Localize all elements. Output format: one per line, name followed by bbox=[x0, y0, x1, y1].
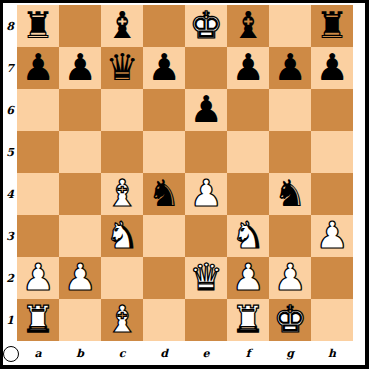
file-label-g: g bbox=[269, 341, 311, 365]
square-e3[interactable] bbox=[185, 215, 227, 257]
square-b8[interactable] bbox=[59, 5, 101, 47]
square-f5[interactable] bbox=[227, 131, 269, 173]
piece-white-knight-f3: ♞ bbox=[231, 215, 264, 257]
file-label-d: d bbox=[143, 341, 185, 365]
piece-black-bishop-c8: ♝ bbox=[105, 5, 138, 47]
square-e7[interactable] bbox=[185, 47, 227, 89]
piece-white-pawn-b2: ♟ bbox=[63, 257, 96, 299]
piece-black-pawn-g7: ♟ bbox=[273, 47, 306, 89]
file-label-h: h bbox=[311, 341, 353, 365]
square-d5[interactable] bbox=[143, 131, 185, 173]
rank-label-5: 5 bbox=[3, 131, 17, 173]
chess-diagram: 87654321 ♜♝♚♝♜♟♟♛♟♟♟♟♟♝♞♟♞♞♞♟♟♟♛♟♟♜♝♜♚ a… bbox=[0, 0, 369, 369]
square-c7[interactable]: ♛ bbox=[101, 47, 143, 89]
piece-black-pawn-a7: ♟ bbox=[21, 47, 54, 89]
square-b4[interactable] bbox=[59, 173, 101, 215]
piece-white-king-g1: ♚ bbox=[273, 299, 306, 341]
piece-black-pawn-f7: ♟ bbox=[231, 47, 264, 89]
square-c6[interactable] bbox=[101, 89, 143, 131]
file-label-e: e bbox=[185, 341, 227, 365]
square-a5[interactable] bbox=[17, 131, 59, 173]
square-d3[interactable] bbox=[143, 215, 185, 257]
square-e8[interactable]: ♚ bbox=[185, 5, 227, 47]
piece-white-queen-e2: ♛ bbox=[189, 257, 222, 299]
square-h2[interactable] bbox=[311, 257, 353, 299]
square-a1[interactable]: ♜ bbox=[17, 299, 59, 341]
square-g1[interactable]: ♚ bbox=[269, 299, 311, 341]
square-e4[interactable]: ♟ bbox=[185, 173, 227, 215]
square-c1[interactable]: ♝ bbox=[101, 299, 143, 341]
square-a4[interactable] bbox=[17, 173, 59, 215]
rank-label-2: 2 bbox=[3, 257, 17, 299]
piece-white-pawn-f2: ♟ bbox=[231, 257, 264, 299]
piece-white-pawn-e4: ♟ bbox=[189, 173, 222, 215]
file-label-a: a bbox=[17, 341, 59, 365]
square-c2[interactable] bbox=[101, 257, 143, 299]
piece-white-pawn-a2: ♟ bbox=[21, 257, 54, 299]
square-f1[interactable]: ♜ bbox=[227, 299, 269, 341]
piece-black-rook-a8: ♜ bbox=[21, 5, 54, 47]
side-to-move-indicator bbox=[3, 346, 19, 362]
piece-black-knight-g4: ♞ bbox=[273, 173, 306, 215]
square-g7[interactable]: ♟ bbox=[269, 47, 311, 89]
square-f8[interactable]: ♝ bbox=[227, 5, 269, 47]
file-label-b: b bbox=[59, 341, 101, 365]
square-d1[interactable] bbox=[143, 299, 185, 341]
square-e6[interactable]: ♟ bbox=[185, 89, 227, 131]
square-b6[interactable] bbox=[59, 89, 101, 131]
square-a7[interactable]: ♟ bbox=[17, 47, 59, 89]
square-h4[interactable] bbox=[311, 173, 353, 215]
piece-black-rook-h8: ♜ bbox=[315, 5, 348, 47]
square-d8[interactable] bbox=[143, 5, 185, 47]
rank-label-7: 7 bbox=[3, 47, 17, 89]
square-b1[interactable] bbox=[59, 299, 101, 341]
piece-black-queen-c7: ♛ bbox=[105, 47, 138, 89]
piece-black-bishop-f8: ♝ bbox=[231, 5, 264, 47]
piece-white-pawn-h3: ♟ bbox=[315, 215, 348, 257]
piece-white-rook-a1: ♜ bbox=[21, 299, 54, 341]
rank-labels: 87654321 bbox=[3, 5, 17, 341]
square-e5[interactable] bbox=[185, 131, 227, 173]
square-b7[interactable]: ♟ bbox=[59, 47, 101, 89]
rank-label-4: 4 bbox=[3, 173, 17, 215]
square-a3[interactable] bbox=[17, 215, 59, 257]
square-c5[interactable] bbox=[101, 131, 143, 173]
square-d7[interactable]: ♟ bbox=[143, 47, 185, 89]
rank-label-6: 6 bbox=[3, 89, 17, 131]
square-g2[interactable]: ♟ bbox=[269, 257, 311, 299]
square-g6[interactable] bbox=[269, 89, 311, 131]
square-d2[interactable] bbox=[143, 257, 185, 299]
square-a2[interactable]: ♟ bbox=[17, 257, 59, 299]
piece-black-pawn-h7: ♟ bbox=[315, 47, 348, 89]
file-label-f: f bbox=[227, 341, 269, 365]
file-labels: abcdefgh bbox=[17, 341, 353, 365]
rank-label-1: 1 bbox=[3, 299, 17, 341]
square-a8[interactable]: ♜ bbox=[17, 5, 59, 47]
square-f6[interactable] bbox=[227, 89, 269, 131]
square-b3[interactable] bbox=[59, 215, 101, 257]
square-h8[interactable]: ♜ bbox=[311, 5, 353, 47]
piece-black-knight-d4: ♞ bbox=[147, 173, 180, 215]
board: ♜♝♚♝♜♟♟♛♟♟♟♟♟♝♞♟♞♞♞♟♟♟♛♟♟♜♝♜♚ bbox=[17, 5, 353, 341]
square-g3[interactable] bbox=[269, 215, 311, 257]
square-b2[interactable]: ♟ bbox=[59, 257, 101, 299]
piece-black-king-e8: ♚ bbox=[189, 5, 222, 47]
piece-white-pawn-g2: ♟ bbox=[273, 257, 306, 299]
piece-black-pawn-b7: ♟ bbox=[63, 47, 96, 89]
square-c3[interactable]: ♞ bbox=[101, 215, 143, 257]
square-g4[interactable]: ♞ bbox=[269, 173, 311, 215]
piece-white-knight-c3: ♞ bbox=[105, 215, 138, 257]
square-f2[interactable]: ♟ bbox=[227, 257, 269, 299]
square-e1[interactable] bbox=[185, 299, 227, 341]
square-g5[interactable] bbox=[269, 131, 311, 173]
square-g8[interactable] bbox=[269, 5, 311, 47]
square-h3[interactable]: ♟ bbox=[311, 215, 353, 257]
square-c4[interactable]: ♝ bbox=[101, 173, 143, 215]
square-c8[interactable]: ♝ bbox=[101, 5, 143, 47]
rank-label-8: 8 bbox=[3, 5, 17, 47]
square-f3[interactable]: ♞ bbox=[227, 215, 269, 257]
square-b5[interactable] bbox=[59, 131, 101, 173]
rank-label-3: 3 bbox=[3, 215, 17, 257]
square-h6[interactable] bbox=[311, 89, 353, 131]
piece-black-pawn-e6: ♟ bbox=[189, 89, 222, 131]
piece-white-bishop-c4: ♝ bbox=[105, 173, 138, 215]
square-f7[interactable]: ♟ bbox=[227, 47, 269, 89]
square-a6[interactable] bbox=[17, 89, 59, 131]
square-d6[interactable] bbox=[143, 89, 185, 131]
piece-white-rook-f1: ♜ bbox=[231, 299, 264, 341]
file-label-c: c bbox=[101, 341, 143, 365]
square-h7[interactable]: ♟ bbox=[311, 47, 353, 89]
square-h5[interactable] bbox=[311, 131, 353, 173]
piece-black-pawn-d7: ♟ bbox=[147, 47, 180, 89]
piece-white-bishop-c1: ♝ bbox=[105, 299, 138, 341]
square-e2[interactable]: ♛ bbox=[185, 257, 227, 299]
square-d4[interactable]: ♞ bbox=[143, 173, 185, 215]
square-f4[interactable] bbox=[227, 173, 269, 215]
square-h1[interactable] bbox=[311, 299, 353, 341]
